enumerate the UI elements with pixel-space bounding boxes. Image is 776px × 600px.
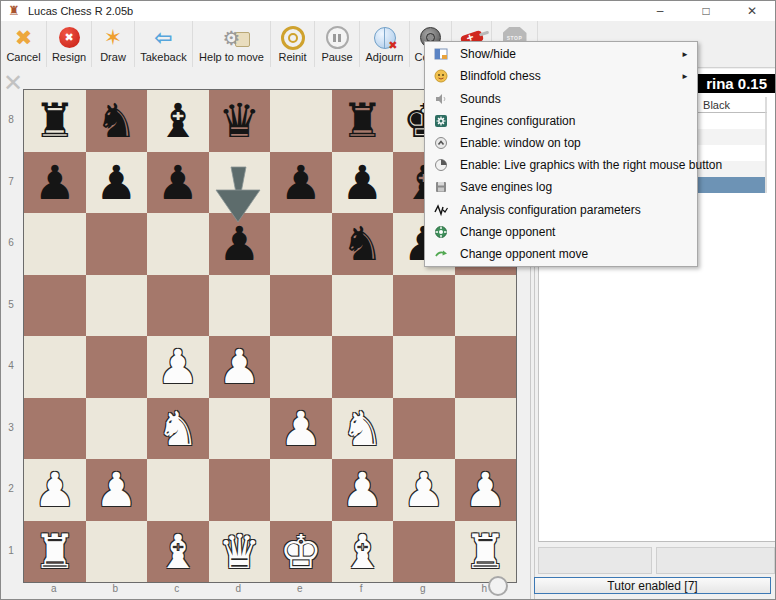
rank-label-6: 6 (3, 212, 19, 274)
live-graphics-icon (433, 157, 449, 173)
square-e7[interactable]: ♟ (270, 152, 332, 214)
menu-item-show-hide[interactable]: Show/hide► (425, 43, 697, 65)
takeback-icon: ⇦ (154, 24, 172, 51)
analysis-parameters-icon (433, 202, 449, 218)
square-b1[interactable] (86, 521, 148, 583)
square-b3[interactable] (86, 398, 148, 460)
rank-labels: 87654321 (3, 89, 19, 581)
square-c5[interactable] (147, 275, 209, 337)
row-filler-row1[interactable] (766, 113, 767, 129)
white-rook: ♜ (464, 521, 506, 583)
menu-item-sounds[interactable]: Sounds (425, 87, 697, 109)
close-button[interactable]: ✕ (729, 1, 775, 21)
square-e8[interactable] (270, 90, 332, 152)
toolbar-help-to-move-button[interactable]: ⚙Help to move (193, 21, 271, 67)
square-d5[interactable] (209, 275, 271, 337)
toolbar-button-label: Help to move (194, 51, 269, 63)
square-f3[interactable]: ♞ (332, 398, 394, 460)
help-to-move-icon: ⚙ (223, 24, 241, 51)
rank-label-5: 5 (3, 274, 19, 336)
draw-icon: ✶ (104, 24, 122, 51)
black-bishop: ♝ (157, 90, 199, 152)
square-g2[interactable]: ♟ (393, 459, 455, 521)
square-d8[interactable]: ♛ (209, 90, 271, 152)
square-d2[interactable] (209, 459, 271, 521)
file-label-e: e (269, 583, 331, 597)
file-label-d: d (208, 583, 270, 597)
tutor-enabled-button[interactable]: Tutor enabled [7] (534, 577, 771, 594)
rank-label-3: 3 (3, 397, 19, 459)
square-a7[interactable]: ♟ (24, 152, 86, 214)
square-g5[interactable] (393, 275, 455, 337)
toolbar-button-label: Pause (316, 51, 357, 63)
black-clock-box (656, 547, 775, 574)
white-pawn: ♟ (95, 459, 137, 521)
square-a2[interactable]: ♟ (24, 459, 86, 521)
submenu-arrow-icon: ► (681, 50, 697, 59)
white-pawn: ♟ (280, 398, 322, 460)
menu-item-label: Sounds (460, 92, 670, 106)
square-d4[interactable]: ♟ (209, 336, 271, 398)
square-d6[interactable]: ♟ (209, 213, 271, 275)
black-pawn: ♟ (95, 152, 137, 214)
maximize-button[interactable]: □ (683, 1, 729, 21)
square-c2[interactable] (147, 459, 209, 521)
black-pawn: ♟ (157, 152, 199, 214)
square-f7[interactable]: ♟ (332, 152, 394, 214)
window-on-top-icon (433, 135, 449, 151)
toolbar-button-label: Adjourn (361, 51, 409, 63)
menu-item-blindfold-chess[interactable]: Blindfold chess► (425, 65, 697, 87)
square-d1[interactable]: ♛ (209, 521, 271, 583)
menu-item-enable-window-on-top[interactable]: Enable: window on top (425, 132, 697, 154)
white-pawn: ♟ (157, 336, 199, 398)
minimize-button[interactable]: – (637, 1, 683, 21)
menu-item-change-opponent-move[interactable]: Change opponent move (425, 243, 697, 265)
titlebar: ♜ Lucas Chess R 2.05b – □ ✕ (1, 1, 775, 22)
square-f2[interactable]: ♟ (332, 459, 394, 521)
white-pawn: ♟ (34, 459, 76, 521)
white-bishop: ♝ (341, 521, 383, 583)
square-c7[interactable]: ♟ (147, 152, 209, 214)
square-c6[interactable] (147, 213, 209, 275)
toolbar-button-label: Cancel (1, 51, 45, 63)
toolbar-button-label: Draw (95, 51, 131, 63)
black-pawn: ♟ (218, 213, 260, 275)
white-clock-box (538, 547, 652, 574)
menu-item-label: Blindfold chess (460, 69, 670, 83)
menu-item-label: Engines configuration (460, 114, 670, 128)
file-labels: abcdefgh (23, 583, 515, 597)
square-h3[interactable] (455, 398, 517, 460)
square-e2[interactable] (270, 459, 332, 521)
menu-item-label: Change opponent (460, 225, 670, 239)
rank-label-2: 2 (3, 458, 19, 520)
white-queen: ♛ (218, 521, 260, 583)
white-knight: ♞ (341, 398, 383, 460)
toolbar-adjourn-button[interactable]: Adjourn (360, 21, 410, 67)
square-f6[interactable]: ♞ (332, 213, 394, 275)
file-label-c: c (146, 583, 208, 597)
change-opponent-move-icon (433, 246, 449, 262)
toolbar-takeback-button[interactable]: ⇦Takeback (135, 21, 193, 67)
square-e3[interactable]: ♟ (270, 398, 332, 460)
sounds-icon (433, 91, 449, 107)
blindfold-icon (433, 68, 449, 84)
square-e6[interactable] (270, 213, 332, 275)
black-rook: ♜ (34, 90, 76, 152)
show-hide-icon (433, 46, 449, 62)
square-d3[interactable] (209, 398, 271, 460)
white-pawn: ♟ (464, 459, 506, 521)
square-h5[interactable] (455, 275, 517, 337)
reinit-icon (281, 24, 305, 51)
white-rook: ♜ (34, 521, 76, 583)
square-f1[interactable]: ♝ (332, 521, 394, 583)
file-label-b: b (85, 583, 147, 597)
square-h1[interactable]: ♜ (455, 521, 517, 583)
black-queen: ♛ (218, 90, 260, 152)
menu-item-label: Save engines log (460, 180, 670, 194)
black-knight: ♞ (95, 90, 137, 152)
square-g1[interactable] (393, 521, 455, 583)
file-label-f: f (331, 583, 393, 597)
square-f8[interactable]: ♜ (332, 90, 394, 152)
square-b6[interactable] (86, 213, 148, 275)
square-f5[interactable] (332, 275, 394, 337)
menu-item-analysis-configuration-parameters[interactable]: Analysis configuration parameters (425, 198, 697, 220)
menu-item-label: Enable: window on top (460, 136, 670, 150)
square-g3[interactable] (393, 398, 455, 460)
row-filler-row4[interactable] (766, 161, 767, 177)
pause-icon (326, 24, 349, 51)
menu-item-enable-live-graphics-with-the-right-mouse-button[interactable]: Enable: Live graphics with the right mou… (425, 154, 697, 176)
save-log-icon (433, 179, 449, 195)
square-c8[interactable]: ♝ (147, 90, 209, 152)
toolbar-button-label: Resign (47, 51, 91, 63)
menu-item-save-engines-log[interactable]: Save engines log (425, 176, 697, 198)
black-knight: ♞ (341, 213, 383, 275)
square-b7[interactable]: ♟ (86, 152, 148, 214)
window-title: Lucas Chess R 2.05b (28, 5, 637, 17)
rank-label-7: 7 (3, 151, 19, 213)
square-h4[interactable] (455, 336, 517, 398)
menu-item-label: Show/hide (460, 47, 670, 61)
square-f4[interactable] (332, 336, 394, 398)
square-c1[interactable]: ♝ (147, 521, 209, 583)
app-rook-icon: ♜ (8, 4, 22, 18)
submenu-arrow-icon: ► (681, 72, 697, 81)
cancel-icon: ✖ (15, 24, 33, 51)
toolbar-button-label: Takeback (135, 51, 191, 63)
square-e4[interactable] (270, 336, 332, 398)
black-pawn: ♟ (34, 152, 76, 214)
menu-item-engines-configuration[interactable]: Engines configuration (425, 110, 697, 132)
square-e1[interactable]: ♚ (270, 521, 332, 583)
square-b4[interactable] (86, 336, 148, 398)
square-d7[interactable] (209, 152, 271, 214)
white-pawn: ♟ (403, 459, 445, 521)
square-g4[interactable] (393, 336, 455, 398)
toolbar-pause-button[interactable]: Pause (315, 21, 360, 67)
black-pawn: ♟ (280, 152, 322, 214)
square-h2[interactable]: ♟ (455, 459, 517, 521)
white-pawn: ♟ (218, 336, 260, 398)
square-b2[interactable]: ♟ (86, 459, 148, 521)
lucas-chess-window: ♜ Lucas Chess R 2.05b – □ ✕ ✖Cancel✖Resi… (0, 0, 776, 600)
square-a3[interactable] (24, 398, 86, 460)
toolbar-draw-button[interactable]: ✶Draw (92, 21, 135, 67)
square-b8[interactable]: ♞ (86, 90, 148, 152)
board-corner-button[interactable] (488, 576, 508, 596)
change-opponent-icon (433, 224, 449, 240)
config-context-menu: Show/hide►Blindfold chess►SoundsEngines … (424, 41, 698, 267)
toolbar-reinit-button[interactable]: Reinit (271, 21, 315, 67)
square-c4[interactable]: ♟ (147, 336, 209, 398)
resign-icon: ✖ (59, 24, 80, 51)
white-pawn: ♟ (341, 459, 383, 521)
menu-item-label: Enable: Live graphics with the right mou… (460, 158, 722, 172)
square-a1[interactable]: ♜ (24, 521, 86, 583)
square-b5[interactable] (86, 275, 148, 337)
toolbar-resign-button[interactable]: ✖Resign (47, 21, 92, 67)
rank-label-4: 4 (3, 335, 19, 397)
rank-label-1: 1 (3, 520, 19, 582)
adjourn-icon (374, 24, 396, 51)
white-king: ♚ (280, 521, 322, 583)
menu-item-change-opponent[interactable]: Change opponent (425, 221, 697, 243)
square-a5[interactable] (24, 275, 86, 337)
black-pawn: ♟ (341, 152, 383, 214)
file-label-g: g (392, 583, 454, 597)
square-a6[interactable] (24, 213, 86, 275)
black-rook: ♜ (341, 90, 383, 152)
row-filler-row5[interactable] (766, 177, 767, 193)
white-bishop: ♝ (157, 521, 199, 583)
rank-label-8: 8 (3, 89, 19, 151)
moves-column-header (766, 97, 767, 113)
menu-item-label: Change opponent move (460, 247, 670, 261)
square-a4[interactable] (24, 336, 86, 398)
square-a8[interactable]: ♜ (24, 90, 86, 152)
file-label-a: a (23, 583, 85, 597)
square-c3[interactable]: ♞ (147, 398, 209, 460)
white-knight: ♞ (157, 398, 199, 460)
toolbar-cancel-button[interactable]: ✖Cancel (1, 21, 47, 67)
toolbar-button-label: Reinit (273, 51, 311, 63)
square-e5[interactable] (270, 275, 332, 337)
row-filler-row2[interactable] (766, 129, 767, 145)
engines-configuration-icon (433, 113, 449, 129)
row-filler-row3[interactable] (766, 145, 767, 161)
menu-item-label: Analysis configuration parameters (460, 203, 670, 217)
